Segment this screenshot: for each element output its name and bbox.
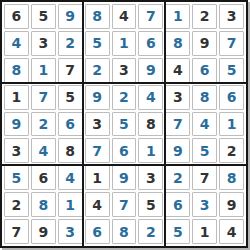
cell-r7c5[interactable]: 9 — [112, 165, 137, 190]
cell-r8c7[interactable]: 6 — [165, 192, 190, 217]
cell-r1c9[interactable]: 3 — [219, 4, 244, 29]
cell-r1c2[interactable]: 5 — [31, 4, 56, 29]
box-divider-horizontal-1 — [2, 82, 246, 84]
cell-r8c9[interactable]: 9 — [219, 192, 244, 217]
cell-r4c9[interactable]: 6 — [219, 85, 244, 110]
cell-r1c3[interactable]: 9 — [58, 4, 83, 29]
cell-r2c8[interactable]: 9 — [192, 31, 217, 56]
cell-r1c8[interactable]: 2 — [192, 4, 217, 29]
cell-r6c1[interactable]: 3 — [4, 138, 29, 163]
cell-r6c5[interactable]: 6 — [112, 138, 137, 163]
cell-r6c6[interactable]: 1 — [138, 138, 163, 163]
cell-r6c9[interactable]: 2 — [219, 138, 244, 163]
cell-r5c2[interactable]: 2 — [31, 112, 56, 137]
cell-r2c5[interactable]: 1 — [112, 31, 137, 56]
cell-r8c8[interactable]: 3 — [192, 192, 217, 217]
cell-r4c4[interactable]: 9 — [85, 85, 110, 110]
cell-r9c5[interactable]: 8 — [112, 219, 137, 244]
cell-r7c6[interactable]: 3 — [138, 165, 163, 190]
cell-r7c3[interactable]: 4 — [58, 165, 83, 190]
cell-r9c8[interactable]: 1 — [192, 219, 217, 244]
cell-r8c2[interactable]: 8 — [31, 192, 56, 217]
cell-r6c7[interactable]: 9 — [165, 138, 190, 163]
cell-r3c3[interactable]: 7 — [58, 58, 83, 83]
cell-r3c8[interactable]: 6 — [192, 58, 217, 83]
cell-r6c4[interactable]: 7 — [85, 138, 110, 163]
cell-r3c1[interactable]: 8 — [4, 58, 29, 83]
cell-r2c6[interactable]: 6 — [138, 31, 163, 56]
cell-r1c7[interactable]: 1 — [165, 4, 190, 29]
cell-r7c2[interactable]: 6 — [31, 165, 56, 190]
cell-r3c5[interactable]: 3 — [112, 58, 137, 83]
cell-r6c2[interactable]: 4 — [31, 138, 56, 163]
cell-r9c3[interactable]: 3 — [58, 219, 83, 244]
cell-r7c7[interactable]: 2 — [165, 165, 190, 190]
cell-r4c2[interactable]: 7 — [31, 85, 56, 110]
cell-r8c1[interactable]: 2 — [4, 192, 29, 217]
sudoku-board: 6598471234325168978172394651759243869263… — [0, 0, 248, 248]
cell-r3c2[interactable]: 1 — [31, 58, 56, 83]
cell-r4c7[interactable]: 3 — [165, 85, 190, 110]
cell-r5c3[interactable]: 6 — [58, 112, 83, 137]
cell-r5c7[interactable]: 7 — [165, 112, 190, 137]
cell-r9c7[interactable]: 5 — [165, 219, 190, 244]
box-divider-vertical-1 — [82, 2, 84, 246]
cell-r2c3[interactable]: 2 — [58, 31, 83, 56]
box-divider-horizontal-2 — [2, 164, 246, 166]
cell-r2c4[interactable]: 5 — [85, 31, 110, 56]
cell-r3c7[interactable]: 4 — [165, 58, 190, 83]
cell-r5c5[interactable]: 5 — [112, 112, 137, 137]
cell-r7c4[interactable]: 1 — [85, 165, 110, 190]
cell-r3c9[interactable]: 5 — [219, 58, 244, 83]
cell-r5c9[interactable]: 1 — [219, 112, 244, 137]
cell-r8c3[interactable]: 1 — [58, 192, 83, 217]
cell-r9c6[interactable]: 2 — [138, 219, 163, 244]
cell-r4c8[interactable]: 8 — [192, 85, 217, 110]
cell-r9c2[interactable]: 9 — [31, 219, 56, 244]
cell-r6c8[interactable]: 5 — [192, 138, 217, 163]
cell-r5c4[interactable]: 3 — [85, 112, 110, 137]
cell-r5c1[interactable]: 9 — [4, 112, 29, 137]
cell-r1c6[interactable]: 7 — [138, 4, 163, 29]
cell-r4c6[interactable]: 4 — [138, 85, 163, 110]
sudoku-grid: 6598471234325168978172394651759243869263… — [2, 2, 246, 246]
cell-r9c4[interactable]: 6 — [85, 219, 110, 244]
cell-r4c1[interactable]: 1 — [4, 85, 29, 110]
cell-r4c3[interactable]: 5 — [58, 85, 83, 110]
cell-r8c6[interactable]: 5 — [138, 192, 163, 217]
cell-r7c8[interactable]: 7 — [192, 165, 217, 190]
cell-r8c4[interactable]: 4 — [85, 192, 110, 217]
cell-r8c5[interactable]: 7 — [112, 192, 137, 217]
cell-r2c1[interactable]: 4 — [4, 31, 29, 56]
cell-r1c1[interactable]: 6 — [4, 4, 29, 29]
cell-r3c6[interactable]: 9 — [138, 58, 163, 83]
cell-r2c2[interactable]: 3 — [31, 31, 56, 56]
box-divider-vertical-2 — [164, 2, 166, 246]
cell-r4c5[interactable]: 2 — [112, 85, 137, 110]
cell-r2c9[interactable]: 7 — [219, 31, 244, 56]
cell-r3c4[interactable]: 2 — [85, 58, 110, 83]
cell-r6c3[interactable]: 8 — [58, 138, 83, 163]
cell-r5c8[interactable]: 4 — [192, 112, 217, 137]
cell-r1c4[interactable]: 8 — [85, 4, 110, 29]
cell-r7c1[interactable]: 5 — [4, 165, 29, 190]
cell-r2c7[interactable]: 8 — [165, 31, 190, 56]
cell-r1c5[interactable]: 4 — [112, 4, 137, 29]
cell-r7c9[interactable]: 8 — [219, 165, 244, 190]
cell-r5c6[interactable]: 8 — [138, 112, 163, 137]
cell-r9c9[interactable]: 4 — [219, 219, 244, 244]
cell-r9c1[interactable]: 7 — [4, 219, 29, 244]
